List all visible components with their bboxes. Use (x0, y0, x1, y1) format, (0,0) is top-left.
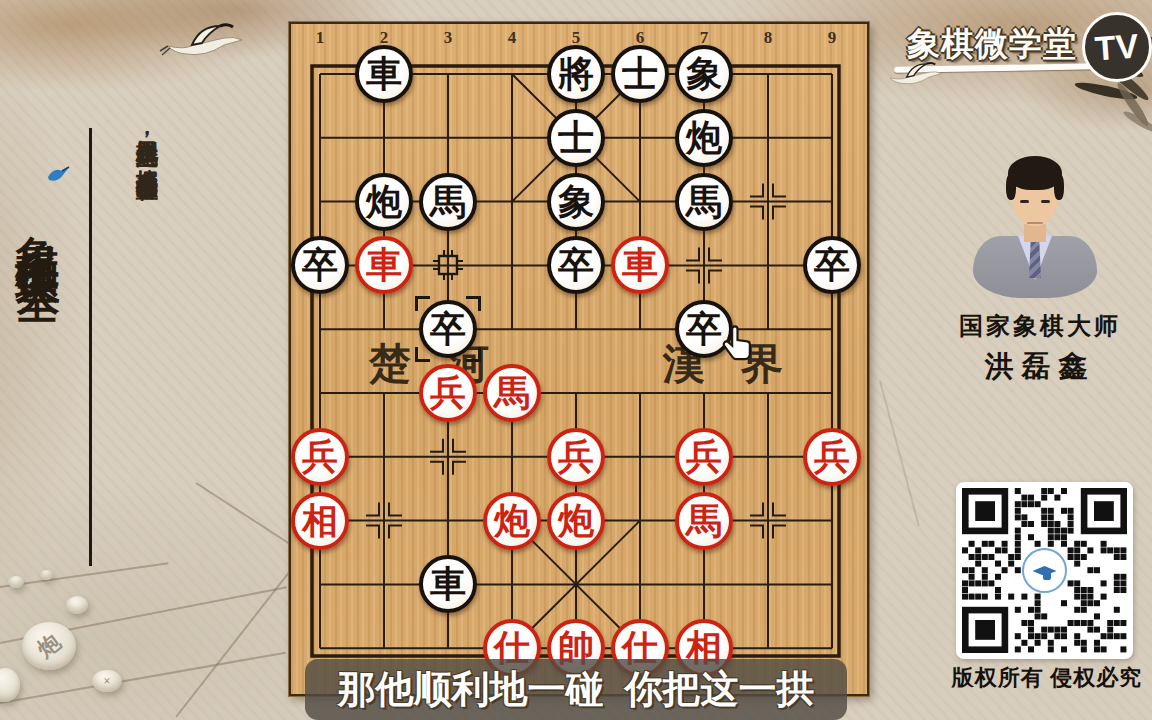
subtitle-text: 那他顺利地一碰 你把这一拱 (337, 664, 814, 715)
piece-black-象[interactable]: 象 (675, 45, 733, 103)
crane-bird-icon (158, 16, 244, 68)
piece-character: 馬 (686, 184, 722, 220)
title-divider-line (89, 128, 92, 566)
portrait-eye (1020, 200, 1029, 203)
file-label-9: 9 (817, 28, 847, 48)
piece-black-卒[interactable]: 卒 (419, 300, 477, 358)
piece-black-士[interactable]: 士 (547, 109, 605, 167)
piece-black-炮[interactable]: 炮 (675, 109, 733, 167)
portrait-neck (1024, 224, 1046, 242)
episode-subtitle: 摆脱思维定式，挖掘多走一步棋的价值在哪里 (132, 122, 162, 164)
video-frame: 象棋棋理大全 摆脱思维定式，挖掘多走一步棋的价值在哪里 炮 × 12345678… (0, 0, 1152, 720)
piece-character: 卒 (558, 247, 594, 283)
logo-tv-text: TV (1094, 26, 1140, 68)
piece-black-車[interactable]: 車 (355, 45, 413, 103)
piece-character: 車 (366, 56, 402, 92)
piece-character: 士 (558, 120, 594, 156)
piece-character: 馬 (494, 375, 530, 411)
decor-piece-small: × (92, 670, 122, 692)
portrait-eye (1041, 200, 1050, 203)
copyright-notice: 版权所有 侵权必究 (927, 663, 1152, 693)
crane-bird-icon (883, 52, 943, 98)
floor-crack-line (0, 562, 168, 588)
master-title: 国家象棋大师 (935, 310, 1145, 342)
file-label-4: 4 (497, 28, 527, 48)
piece-black-將[interactable]: 將 (547, 45, 605, 103)
file-label-8: 8 (753, 28, 783, 48)
hand-cursor-icon (719, 324, 759, 368)
piece-character: 炮 (494, 503, 530, 539)
piece-red-兵[interactable]: 兵 (291, 428, 349, 486)
piece-character: 兵 (814, 439, 850, 475)
piece-red-車[interactable]: 車 (355, 236, 413, 294)
piece-red-馬[interactable]: 馬 (675, 492, 733, 550)
piece-character: 兵 (302, 439, 338, 475)
piece-character: 象 (686, 56, 722, 92)
piece-black-炮[interactable]: 炮 (355, 173, 413, 231)
piece-black-象[interactable]: 象 (547, 173, 605, 231)
portrait-mouth (1027, 222, 1043, 224)
master-portrait-photo (973, 138, 1097, 298)
piece-red-兵[interactable]: 兵 (675, 428, 733, 486)
logo-tv-badge: TV (1082, 12, 1152, 82)
piece-character: 車 (366, 247, 402, 283)
piece-character: 車 (430, 566, 466, 602)
piece-red-炮[interactable]: 炮 (483, 492, 541, 550)
piece-black-士[interactable]: 士 (611, 45, 669, 103)
piece-red-炮[interactable]: 炮 (547, 492, 605, 550)
piece-character: 車 (622, 247, 658, 283)
last-move-from-marker (431, 248, 465, 282)
piece-character: 馬 (430, 184, 466, 220)
piece-black-卒[interactable]: 卒 (547, 236, 605, 294)
piece-character: 士 (622, 56, 658, 92)
piece-red-兵[interactable]: 兵 (547, 428, 605, 486)
piece-character: 相 (302, 503, 338, 539)
piece-red-兵[interactable]: 兵 (803, 428, 861, 486)
file-label-1: 1 (305, 28, 335, 48)
qr-code (956, 482, 1133, 659)
blue-bird-icon (46, 165, 70, 185)
right-sidebar: 象棋微学堂 TV 国家象棋大师 洪磊鑫 版权所有 侵权必究 (869, 0, 1152, 720)
piece-character: 象 (558, 184, 594, 220)
qr-center-logo (1022, 548, 1067, 593)
decor-piece-pao: 炮 (22, 622, 76, 670)
piece-character: 兵 (430, 375, 466, 411)
piece-black-馬[interactable]: 馬 (675, 173, 733, 231)
portrait-tie (1029, 238, 1041, 278)
piece-character: 卒 (430, 311, 466, 347)
piece-character: 將 (558, 56, 594, 92)
piece-red-車[interactable]: 車 (611, 236, 669, 294)
piece-black-馬[interactable]: 馬 (419, 173, 477, 231)
decor-pebble (8, 576, 24, 588)
piece-character: 卒 (814, 247, 850, 283)
piece-character: 卒 (302, 247, 338, 283)
piece-black-卒[interactable]: 卒 (803, 236, 861, 294)
piece-character: 炮 (686, 120, 722, 156)
piece-character: 卒 (686, 311, 722, 347)
piece-character: 兵 (558, 439, 594, 475)
piece-black-車[interactable]: 車 (419, 555, 477, 613)
piece-red-馬[interactable]: 馬 (483, 364, 541, 422)
decor-pebble (40, 570, 53, 580)
file-label-3: 3 (433, 28, 463, 48)
piece-character: 兵 (686, 439, 722, 475)
subtitle-bar: 那他顺利地一碰 你把这一拱 (305, 659, 847, 720)
piece-black-卒[interactable]: 卒 (291, 236, 349, 294)
piece-character: 炮 (366, 184, 402, 220)
floor-crack-line (175, 559, 300, 718)
piece-character: 炮 (558, 503, 594, 539)
piece-character: 馬 (686, 503, 722, 539)
xiangqi-board[interactable]: 123456789 楚河 漢界 車將士象士炮炮馬象馬卒卒卒卒卒車車車兵馬兵兵兵兵… (289, 22, 869, 696)
piece-red-相[interactable]: 相 (291, 492, 349, 550)
piece-red-兵[interactable]: 兵 (419, 364, 477, 422)
master-name: 洪磊鑫 (935, 347, 1145, 387)
portrait-hair (1008, 156, 1062, 190)
decor-piece-corner (0, 668, 20, 702)
decor-piece-small (66, 596, 88, 614)
series-title: 象棋棋理大全 (8, 200, 67, 254)
